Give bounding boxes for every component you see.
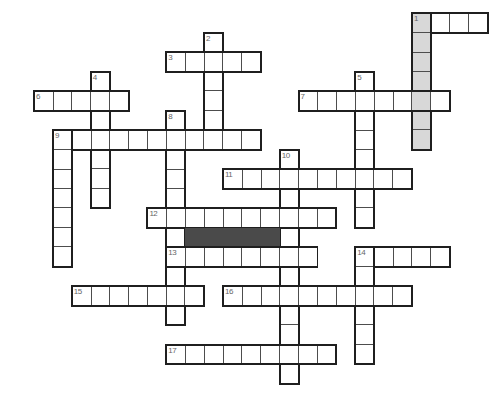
cell[interactable] bbox=[147, 287, 166, 305]
cell[interactable] bbox=[413, 71, 430, 90]
cell[interactable] bbox=[281, 266, 298, 285]
cell[interactable] bbox=[90, 92, 109, 110]
cell[interactable] bbox=[35, 92, 53, 110]
cell[interactable] bbox=[281, 188, 298, 207]
entry-11-across bbox=[222, 168, 413, 190]
blocked-answer bbox=[185, 228, 280, 247]
cell[interactable] bbox=[205, 34, 222, 52]
entry-9-down bbox=[52, 129, 73, 268]
cell[interactable] bbox=[167, 112, 184, 130]
cell[interactable] bbox=[109, 92, 128, 110]
cell[interactable] bbox=[356, 188, 373, 207]
cell[interactable] bbox=[298, 287, 317, 305]
cell[interactable] bbox=[205, 90, 222, 109]
cell[interactable] bbox=[203, 131, 222, 149]
cell[interactable] bbox=[431, 14, 450, 32]
entry-9-across bbox=[52, 129, 262, 151]
cell[interactable] bbox=[336, 287, 355, 305]
cell[interactable] bbox=[128, 131, 147, 149]
cell[interactable] bbox=[411, 92, 430, 110]
cell[interactable] bbox=[336, 92, 355, 110]
cell[interactable] bbox=[373, 287, 392, 305]
cell[interactable] bbox=[336, 170, 355, 188]
cell[interactable] bbox=[241, 131, 260, 149]
cell[interactable] bbox=[356, 207, 373, 226]
cell[interactable] bbox=[167, 53, 185, 71]
cell[interactable] bbox=[279, 248, 298, 266]
cell[interactable] bbox=[392, 287, 411, 305]
cell[interactable] bbox=[148, 209, 166, 227]
cell[interactable] bbox=[224, 287, 242, 305]
cell[interactable] bbox=[242, 170, 261, 188]
cell[interactable] bbox=[413, 129, 430, 148]
cell[interactable] bbox=[53, 92, 72, 110]
cell[interactable] bbox=[356, 266, 373, 285]
cell[interactable] bbox=[204, 53, 223, 71]
cell[interactable] bbox=[167, 227, 184, 246]
cell[interactable] bbox=[298, 346, 317, 364]
cell[interactable] bbox=[167, 188, 184, 207]
cell[interactable] bbox=[92, 110, 109, 129]
cell[interactable] bbox=[167, 248, 185, 266]
cell[interactable] bbox=[167, 169, 184, 188]
cell[interactable] bbox=[393, 248, 412, 266]
cell[interactable] bbox=[468, 14, 487, 32]
cell[interactable] bbox=[91, 287, 110, 305]
cell[interactable] bbox=[92, 149, 109, 168]
cell[interactable] bbox=[413, 110, 430, 129]
cell[interactable] bbox=[298, 248, 317, 266]
cell[interactable] bbox=[261, 170, 280, 188]
cell[interactable] bbox=[73, 287, 91, 305]
cell[interactable] bbox=[317, 209, 336, 227]
cell[interactable] bbox=[356, 149, 373, 168]
cell[interactable] bbox=[393, 92, 412, 110]
cell[interactable] bbox=[167, 149, 184, 168]
cell[interactable] bbox=[241, 53, 260, 71]
cell[interactable] bbox=[281, 305, 298, 324]
entry-17-across bbox=[165, 344, 337, 366]
cell[interactable] bbox=[185, 131, 204, 149]
cell[interactable] bbox=[356, 324, 373, 343]
cell[interactable] bbox=[242, 287, 261, 305]
cell[interactable] bbox=[185, 53, 204, 71]
cell[interactable] bbox=[54, 246, 71, 265]
cell[interactable] bbox=[411, 248, 430, 266]
cell[interactable] bbox=[356, 344, 373, 363]
cell[interactable] bbox=[392, 170, 411, 188]
cell[interactable] bbox=[72, 131, 91, 149]
cell[interactable] bbox=[260, 248, 279, 266]
cell[interactable] bbox=[185, 248, 204, 266]
cell[interactable] bbox=[223, 248, 242, 266]
cell[interactable] bbox=[300, 92, 318, 110]
cell[interactable] bbox=[281, 151, 298, 169]
cell[interactable] bbox=[54, 169, 71, 188]
cell[interactable] bbox=[261, 287, 280, 305]
cell[interactable] bbox=[279, 346, 298, 364]
cell[interactable] bbox=[166, 209, 185, 227]
entry-6-across bbox=[33, 90, 130, 112]
cell[interactable] bbox=[374, 92, 393, 110]
cell[interactable] bbox=[430, 92, 449, 110]
cell[interactable] bbox=[281, 363, 298, 382]
cell[interactable] bbox=[373, 170, 392, 188]
cell[interactable] bbox=[222, 131, 241, 149]
cell[interactable] bbox=[166, 131, 185, 149]
cell[interactable] bbox=[413, 32, 430, 51]
cell[interactable] bbox=[356, 130, 373, 149]
cell[interactable] bbox=[298, 209, 317, 227]
cell[interactable] bbox=[205, 110, 222, 129]
cell[interactable] bbox=[355, 92, 374, 110]
page: { "game": "crossword (freeform criss-cro… bbox=[0, 0, 500, 416]
cell[interactable] bbox=[317, 346, 336, 364]
cell[interactable] bbox=[298, 170, 317, 188]
cell[interactable] bbox=[223, 209, 242, 227]
cell[interactable] bbox=[281, 324, 298, 343]
cell[interactable] bbox=[91, 131, 110, 149]
entry-13-across bbox=[165, 246, 318, 268]
cell[interactable] bbox=[167, 266, 184, 285]
cell[interactable] bbox=[166, 287, 185, 305]
cell[interactable] bbox=[92, 168, 109, 187]
cell[interactable] bbox=[449, 14, 468, 32]
entry-15-across bbox=[71, 285, 205, 307]
cell[interactable] bbox=[260, 346, 279, 364]
cell[interactable] bbox=[54, 131, 71, 149]
cell[interactable] bbox=[54, 227, 71, 246]
cell[interactable] bbox=[317, 287, 336, 305]
cell[interactable] bbox=[279, 170, 298, 188]
cell[interactable] bbox=[109, 131, 128, 149]
cell[interactable] bbox=[279, 209, 298, 227]
cell[interactable] bbox=[54, 188, 71, 207]
entry-7-across bbox=[298, 90, 451, 112]
entry-12-across bbox=[146, 207, 337, 229]
cell[interactable] bbox=[185, 209, 204, 227]
cell[interactable] bbox=[205, 71, 222, 90]
cell[interactable] bbox=[223, 346, 242, 364]
cell[interactable] bbox=[356, 110, 373, 129]
cell[interactable] bbox=[413, 52, 430, 71]
entry-1-down bbox=[411, 12, 432, 151]
cell[interactable] bbox=[184, 287, 203, 305]
cell[interactable] bbox=[204, 209, 223, 227]
cell[interactable] bbox=[413, 14, 430, 32]
cell[interactable] bbox=[430, 248, 449, 266]
cell[interactable] bbox=[317, 92, 336, 110]
cell[interactable] bbox=[54, 207, 71, 226]
cell[interactable] bbox=[317, 170, 336, 188]
cell[interactable] bbox=[241, 248, 260, 266]
cell[interactable] bbox=[356, 73, 373, 91]
cell[interactable] bbox=[109, 287, 128, 305]
cell[interactable] bbox=[92, 188, 109, 207]
entry-3-across bbox=[165, 51, 262, 73]
cell[interactable] bbox=[241, 346, 260, 364]
cell[interactable] bbox=[128, 287, 147, 305]
cell[interactable] bbox=[356, 305, 373, 324]
cell[interactable] bbox=[260, 209, 279, 227]
cell[interactable] bbox=[374, 248, 393, 266]
cell[interactable] bbox=[204, 346, 223, 364]
cell[interactable] bbox=[224, 170, 242, 188]
entry-16-across bbox=[222, 285, 413, 307]
cell[interactable] bbox=[356, 248, 373, 266]
cell[interactable] bbox=[279, 287, 298, 305]
cell[interactable] bbox=[54, 149, 71, 168]
cell[interactable] bbox=[147, 131, 166, 149]
cell[interactable] bbox=[92, 73, 109, 91]
cell[interactable] bbox=[355, 287, 374, 305]
cell[interactable] bbox=[355, 170, 374, 188]
cell[interactable] bbox=[241, 209, 260, 227]
cell[interactable] bbox=[222, 53, 241, 71]
cell[interactable] bbox=[167, 305, 184, 324]
cell[interactable] bbox=[71, 92, 90, 110]
cell[interactable] bbox=[204, 248, 223, 266]
cell[interactable] bbox=[167, 346, 185, 364]
cell[interactable] bbox=[281, 227, 298, 246]
cell[interactable] bbox=[185, 346, 204, 364]
